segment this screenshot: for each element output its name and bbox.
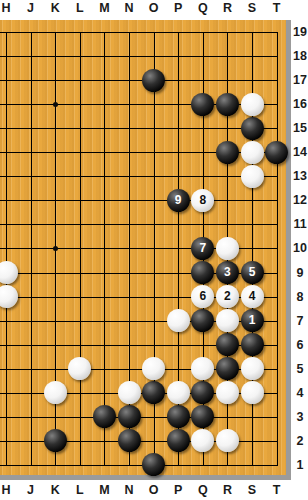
stone-black-o4[interactable]: [142, 381, 165, 404]
coord-label-right-1: 1: [291, 458, 308, 472]
stone-black-p2[interactable]: [167, 429, 190, 452]
stone-white-q8[interactable]: 6: [191, 285, 214, 308]
coord-label-bottom-T: T: [265, 483, 289, 497]
stone-white-r2[interactable]: [216, 429, 239, 452]
coord-label-top-R: R: [215, 1, 239, 15]
coord-label-top-K: K: [43, 1, 67, 15]
stone-white-r10[interactable]: [216, 237, 239, 260]
coord-label-right-11: 11: [291, 217, 308, 231]
coord-label-bottom-S: S: [240, 483, 264, 497]
stone-white-r7[interactable]: [216, 309, 239, 332]
coord-label-bottom-J: J: [19, 483, 43, 497]
stone-black-q4[interactable]: [191, 381, 214, 404]
stone-black-s9[interactable]: 5: [241, 261, 264, 284]
star-point-k16: [53, 102, 58, 107]
stone-black-s6[interactable]: [241, 333, 264, 356]
stone-black-k2[interactable]: [44, 429, 67, 452]
coord-label-bottom-N: N: [117, 483, 141, 497]
coord-label-right-7: 7: [291, 314, 308, 328]
grid-line-row-11: [0, 224, 278, 225]
grid-line-row-15: [0, 128, 278, 129]
coord-label-right-17: 17: [291, 73, 308, 87]
grid-line-row-17: [0, 80, 278, 81]
stone-black-r6[interactable]: [216, 333, 239, 356]
coord-label-bottom-M: M: [92, 483, 116, 497]
stone-black-q3[interactable]: [191, 405, 214, 428]
grid-line-row-13: [0, 176, 278, 177]
move-number-3: 3: [224, 261, 231, 284]
coord-label-top-T: T: [265, 1, 289, 15]
move-number-5: 5: [249, 261, 256, 284]
stone-black-p12[interactable]: 9: [167, 189, 190, 212]
coord-label-top-Q: Q: [191, 1, 215, 15]
coord-label-bottom-L: L: [68, 483, 92, 497]
stone-black-p3[interactable]: [167, 405, 190, 428]
coord-label-top-S: S: [240, 1, 264, 15]
move-number-9: 9: [175, 189, 182, 212]
stone-white-q5[interactable]: [191, 357, 214, 380]
stone-white-h8[interactable]: [0, 285, 18, 308]
stone-white-s4[interactable]: [241, 381, 264, 404]
stone-white-s5[interactable]: [241, 357, 264, 380]
stone-white-p4[interactable]: [167, 381, 190, 404]
stone-black-q9[interactable]: [191, 261, 214, 284]
coord-label-right-5: 5: [291, 362, 308, 376]
stone-black-s15[interactable]: [241, 117, 264, 140]
stone-white-p7[interactable]: [167, 309, 190, 332]
stone-white-k4[interactable]: [44, 381, 67, 404]
coord-label-top-P: P: [166, 1, 190, 15]
stone-black-r9[interactable]: 3: [216, 261, 239, 284]
coord-label-right-9: 9: [291, 266, 308, 280]
stone-black-q10[interactable]: 7: [191, 237, 214, 260]
coord-label-right-12: 12: [291, 193, 308, 207]
grid-line-row-18: [0, 56, 278, 57]
stone-white-s8[interactable]: 4: [241, 285, 264, 308]
coord-label-top-H: H: [0, 1, 18, 15]
stone-black-s7[interactable]: 1: [241, 309, 264, 332]
grid-line-row-19: [0, 32, 278, 33]
stone-black-o17[interactable]: [142, 69, 165, 92]
move-number-8: 8: [199, 189, 206, 212]
stone-white-r4[interactable]: [216, 381, 239, 404]
move-number-4: 4: [249, 285, 256, 308]
star-point-k10: [53, 246, 58, 251]
stone-black-r5[interactable]: [216, 357, 239, 380]
move-number-6: 6: [199, 285, 206, 308]
coord-label-right-4: 4: [291, 386, 308, 400]
coord-label-bottom-P: P: [166, 483, 190, 497]
coord-label-top-M: M: [92, 1, 116, 15]
move-number-7: 7: [199, 237, 206, 260]
stone-white-l5[interactable]: [68, 357, 91, 380]
coord-label-right-2: 2: [291, 434, 308, 448]
stone-white-r8[interactable]: 2: [216, 285, 239, 308]
stone-black-o1[interactable]: [142, 453, 165, 476]
coord-label-bottom-H: H: [0, 483, 18, 497]
grid-line-row-12: [0, 200, 278, 201]
coord-label-right-16: 16: [291, 97, 308, 111]
move-number-2: 2: [224, 285, 231, 308]
stone-black-q7[interactable]: [191, 309, 214, 332]
grid-line-row-1: [0, 465, 278, 466]
coord-label-top-L: L: [68, 1, 92, 15]
stone-white-o5[interactable]: [142, 357, 165, 380]
stone-black-q16[interactable]: [191, 93, 214, 116]
coord-label-bottom-K: K: [43, 483, 67, 497]
stone-white-n4[interactable]: [118, 381, 141, 404]
stone-white-q12[interactable]: 8: [191, 189, 214, 212]
stone-black-n3[interactable]: [118, 405, 141, 428]
coord-label-bottom-O: O: [142, 483, 166, 497]
go-board[interactable]: 973518624: [0, 20, 291, 480]
coord-label-right-14: 14: [291, 145, 308, 159]
stone-white-q2[interactable]: [191, 429, 214, 452]
coord-label-right-18: 18: [291, 49, 308, 63]
coord-label-bottom-R: R: [215, 483, 239, 497]
stone-black-r16[interactable]: [216, 93, 239, 116]
stone-white-s13[interactable]: [241, 165, 264, 188]
coord-label-top-N: N: [117, 1, 141, 15]
stone-white-s14[interactable]: [241, 141, 264, 164]
coord-label-right-15: 15: [291, 121, 308, 135]
coord-label-right-6: 6: [291, 338, 308, 352]
coord-label-right-19: 19: [291, 25, 308, 39]
move-number-1: 1: [249, 309, 256, 332]
coord-label-top-J: J: [19, 1, 43, 15]
stone-black-m3[interactable]: [93, 405, 116, 428]
coord-label-right-13: 13: [291, 169, 308, 183]
stone-black-r14[interactable]: [216, 141, 239, 164]
coord-label-right-8: 8: [291, 290, 308, 304]
coord-label-right-3: 3: [291, 410, 308, 424]
coord-label-top-O: O: [142, 1, 166, 15]
coord-label-bottom-Q: Q: [191, 483, 215, 497]
go-diagram: HJKLMNOPQRST 973518624 19181716151413121…: [0, 0, 308, 500]
stone-white-h9[interactable]: [0, 261, 18, 284]
stone-black-t14[interactable]: [265, 141, 288, 164]
stone-white-s16[interactable]: [241, 93, 264, 116]
stone-black-n2[interactable]: [118, 429, 141, 452]
coord-label-right-10: 10: [291, 241, 308, 255]
